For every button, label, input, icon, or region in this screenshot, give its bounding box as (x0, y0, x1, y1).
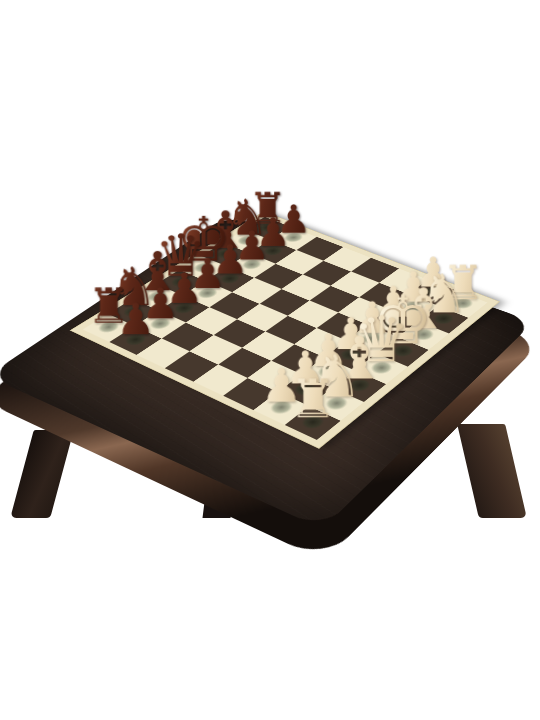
square-d8 (156, 270, 205, 296)
piece-white-pawn-g2: ♟ (384, 232, 444, 307)
square-g6 (276, 250, 324, 275)
square-f7 (228, 253, 276, 278)
piece-white-rook-h1: ♜ (433, 229, 492, 304)
piece-felt-shadow (445, 294, 480, 314)
square-g5 (303, 261, 351, 286)
piece-felt-shadow (163, 272, 198, 291)
piece-felt-shadow (212, 269, 247, 288)
square-h6 (297, 237, 344, 261)
piece-felt-shadow (396, 297, 431, 317)
piece-black-pawn-b7: ♟ (130, 248, 191, 325)
piece-black-pawn-f7: ♟ (223, 193, 280, 265)
piece-black-queen-d8: ♛ (152, 209, 210, 283)
chess-table-scene: ♜♞♝♛♚♝♞♜♟♟♟♟♟♟♟♟♟♟♟♟♟♟♟♟♜♞♝♛♚♝♞♜ (0, 0, 540, 720)
piece-felt-shadow (256, 242, 290, 260)
square-f4 (310, 286, 360, 313)
square-g3 (359, 283, 408, 309)
piece-felt-shadow (235, 255, 269, 273)
piece-black-pawn-d7: ♟ (178, 219, 237, 293)
square-h8 (244, 217, 290, 240)
piece-black-knight-b8: ♞ (104, 236, 164, 312)
square-g4 (331, 272, 380, 298)
square-f5 (282, 275, 331, 301)
piece-white-pawn-h2: ♟ (404, 218, 463, 292)
square-d7 (183, 281, 233, 307)
square-e5 (260, 289, 310, 316)
piece-felt-shadow (230, 232, 264, 249)
square-g8 (223, 229, 270, 252)
square-f6 (254, 264, 303, 289)
piece-felt-shadow (190, 284, 226, 303)
piece-felt-shadow (186, 258, 221, 276)
square-h4 (351, 258, 399, 283)
square-f8 (202, 243, 250, 267)
square-g7 (249, 240, 296, 264)
piece-black-pawn-c7: ♟ (155, 233, 215, 309)
square-h7 (270, 227, 317, 250)
piece-felt-shadow (416, 282, 451, 301)
product-photo: ♜♞♝♛♚♝♞♜♟♟♟♟♟♟♟♟♟♟♟♟♟♟♟♟♜♞♝♛♚♝♞♜ (0, 0, 540, 720)
piece-black-pawn-g7: ♟ (245, 180, 301, 251)
piece-black-rook-h8: ♜ (240, 159, 295, 228)
square-c8 (133, 284, 183, 310)
piece-felt-shadow (251, 219, 284, 236)
square-h5 (324, 247, 371, 271)
piece-felt-shadow (208, 245, 242, 263)
piece-felt-shadow (277, 229, 310, 246)
piece-black-king-e8: ♚ (175, 196, 232, 268)
square-e6 (232, 278, 281, 304)
piece-black-knight-g8: ♞ (219, 171, 274, 241)
piece-black-bishop-c8: ♝ (128, 222, 187, 297)
piece-black-bishop-f8: ♝ (197, 183, 253, 254)
piece-white-knight-g1: ♞ (413, 243, 473, 319)
piece-felt-shadow (140, 287, 176, 306)
piece-black-pawn-h7: ♟ (266, 168, 321, 238)
square-h2 (409, 280, 458, 306)
piece-white-pawn-f2: ♟ (363, 246, 424, 323)
square-h3 (380, 268, 428, 294)
square-e8 (179, 256, 227, 281)
square-e7 (206, 267, 255, 293)
piece-black-pawn-e7: ♟ (201, 206, 259, 279)
